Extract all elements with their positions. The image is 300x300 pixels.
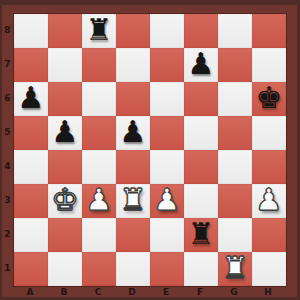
piece-white-king-b3[interactable]: ♚ (52, 183, 79, 217)
rank-label-3: 3 (2, 183, 13, 217)
square-a5[interactable] (14, 116, 48, 150)
square-d1[interactable] (116, 252, 150, 286)
square-f4[interactable] (184, 150, 218, 184)
square-a3[interactable] (14, 184, 48, 218)
rank-label-7: 7 (2, 47, 13, 81)
square-e5[interactable] (150, 116, 184, 150)
square-f7[interactable]: ♟ (184, 48, 218, 82)
square-b6[interactable] (48, 82, 82, 116)
square-f1[interactable] (184, 252, 218, 286)
square-c5[interactable] (82, 116, 116, 150)
piece-black-king-h6[interactable]: ♚ (256, 81, 283, 115)
file-label-g: G (217, 286, 251, 297)
square-f6[interactable] (184, 82, 218, 116)
square-h1[interactable] (252, 252, 286, 286)
rank-label-6: 6 (2, 81, 13, 115)
piece-black-rook-f2[interactable]: ♜ (188, 217, 215, 251)
square-f3[interactable] (184, 184, 218, 218)
file-label-f: F (183, 286, 217, 297)
square-b3[interactable]: ♚ (48, 184, 82, 218)
piece-black-pawn-d5[interactable]: ♟ (120, 115, 147, 149)
file-label-h: H (251, 286, 285, 297)
square-d3[interactable]: ♜ (116, 184, 150, 218)
square-a6[interactable]: ♟ (14, 82, 48, 116)
square-e3[interactable]: ♟ (150, 184, 184, 218)
square-a4[interactable] (14, 150, 48, 184)
piece-white-rook-g1[interactable]: ♜ (222, 251, 249, 285)
square-g6[interactable] (218, 82, 252, 116)
square-h8[interactable] (252, 14, 286, 48)
square-e2[interactable] (150, 218, 184, 252)
square-c6[interactable] (82, 82, 116, 116)
square-a8[interactable] (14, 14, 48, 48)
file-label-d: D (115, 286, 149, 297)
square-e4[interactable] (150, 150, 184, 184)
square-h3[interactable]: ♟ (252, 184, 286, 218)
square-g3[interactable] (218, 184, 252, 218)
square-g8[interactable] (218, 14, 252, 48)
file-labels: ABCDEFGH (13, 286, 285, 297)
square-d4[interactable] (116, 150, 150, 184)
square-e6[interactable] (150, 82, 184, 116)
piece-white-pawn-h3[interactable]: ♟ (256, 183, 283, 217)
square-d2[interactable] (116, 218, 150, 252)
square-e1[interactable] (150, 252, 184, 286)
square-c1[interactable] (82, 252, 116, 286)
file-label-e: E (149, 286, 183, 297)
piece-white-pawn-c3[interactable]: ♟ (86, 183, 113, 217)
square-c3[interactable]: ♟ (82, 184, 116, 218)
square-f8[interactable] (184, 14, 218, 48)
square-g7[interactable] (218, 48, 252, 82)
rank-label-4: 4 (2, 149, 13, 183)
square-c2[interactable] (82, 218, 116, 252)
square-g4[interactable] (218, 150, 252, 184)
chess-board: ♜♟♟♚♟♟♚♟♜♟♟♜♜ (13, 13, 287, 287)
square-b1[interactable] (48, 252, 82, 286)
piece-white-rook-d3[interactable]: ♜ (120, 183, 147, 217)
file-label-c: C (81, 286, 115, 297)
square-g5[interactable] (218, 116, 252, 150)
square-a7[interactable] (14, 48, 48, 82)
square-c7[interactable] (82, 48, 116, 82)
square-h5[interactable] (252, 116, 286, 150)
square-b2[interactable] (48, 218, 82, 252)
square-h7[interactable] (252, 48, 286, 82)
square-a1[interactable] (14, 252, 48, 286)
rank-labels: 87654321 (2, 13, 13, 285)
square-d7[interactable] (116, 48, 150, 82)
square-f5[interactable] (184, 116, 218, 150)
piece-black-rook-c8[interactable]: ♜ (86, 13, 113, 47)
piece-white-pawn-e3[interactable]: ♟ (154, 183, 181, 217)
square-a2[interactable] (14, 218, 48, 252)
square-e8[interactable] (150, 14, 184, 48)
square-h4[interactable] (252, 150, 286, 184)
square-b4[interactable] (48, 150, 82, 184)
piece-black-pawn-f7[interactable]: ♟ (188, 47, 215, 81)
square-g2[interactable] (218, 218, 252, 252)
square-b7[interactable] (48, 48, 82, 82)
square-e7[interactable] (150, 48, 184, 82)
rank-label-8: 8 (2, 13, 13, 47)
square-h2[interactable] (252, 218, 286, 252)
square-f2[interactable]: ♜ (184, 218, 218, 252)
rank-label-5: 5 (2, 115, 13, 149)
square-b5[interactable]: ♟ (48, 116, 82, 150)
square-d5[interactable]: ♟ (116, 116, 150, 150)
rank-label-2: 2 (2, 217, 13, 251)
file-label-b: B (47, 286, 81, 297)
square-g1[interactable]: ♜ (218, 252, 252, 286)
rank-label-1: 1 (2, 251, 13, 285)
square-d8[interactable] (116, 14, 150, 48)
file-label-a: A (13, 286, 47, 297)
square-h6[interactable]: ♚ (252, 82, 286, 116)
square-c8[interactable]: ♜ (82, 14, 116, 48)
piece-black-pawn-a6[interactable]: ♟ (18, 81, 45, 115)
square-c4[interactable] (82, 150, 116, 184)
square-b8[interactable] (48, 14, 82, 48)
square-d6[interactable] (116, 82, 150, 116)
piece-black-pawn-b5[interactable]: ♟ (52, 115, 79, 149)
